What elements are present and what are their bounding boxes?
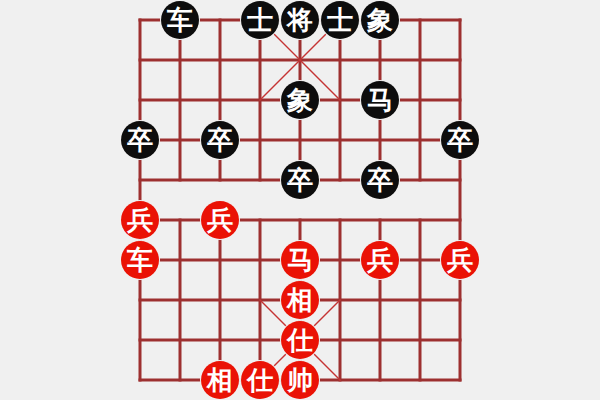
piece-red-soldier[interactable]: 兵 [441, 241, 479, 279]
xiangqi-board: 车士将士象象马卒卒卒卒卒兵兵车马兵兵相仕相仕帅 [0, 0, 600, 400]
piece-black-soldier[interactable]: 卒 [281, 161, 319, 199]
point-marker-corner [304, 128, 312, 136]
piece-black-elephant[interactable]: 象 [281, 81, 319, 119]
piece-black-soldier[interactable]: 卒 [361, 161, 399, 199]
board-grid: 车士将士象象马卒卒卒卒卒兵兵车马兵兵相仕相仕帅 [120, 0, 480, 400]
point-marker-corner [288, 128, 296, 136]
point-marker-corner [224, 264, 232, 272]
point-marker-corner [304, 144, 312, 152]
point-marker [408, 88, 432, 112]
point-marker-corner [184, 88, 192, 96]
point-marker-corner [184, 104, 192, 112]
point-marker [208, 248, 232, 272]
point-marker [408, 288, 432, 312]
piece-red-elephant[interactable]: 相 [281, 281, 319, 319]
point-marker-corner [408, 104, 416, 112]
point-marker-corner [208, 248, 216, 256]
point-marker-corner [424, 304, 432, 312]
point-marker-corner [408, 288, 416, 296]
point-marker-corner [184, 304, 192, 312]
point-marker [168, 88, 192, 112]
point-marker-corner [424, 104, 432, 112]
point-marker [288, 128, 312, 152]
point-marker-corner [424, 288, 432, 296]
piece-red-advisor[interactable]: 仕 [241, 361, 279, 399]
piece-black-horse[interactable]: 马 [361, 81, 399, 119]
point-marker-corner [208, 264, 216, 272]
piece-black-advisor[interactable]: 士 [241, 1, 279, 39]
piece-red-soldier[interactable]: 兵 [201, 201, 239, 239]
point-marker-corner [288, 144, 296, 152]
piece-black-advisor[interactable]: 士 [321, 1, 359, 39]
piece-red-soldier[interactable]: 兵 [361, 241, 399, 279]
point-marker-corner [384, 128, 392, 136]
point-marker-corner [384, 144, 392, 152]
point-marker-corner [224, 248, 232, 256]
point-marker-corner [168, 304, 176, 312]
piece-red-advisor[interactable]: 仕 [281, 321, 319, 359]
piece-red-horse[interactable]: 马 [281, 241, 319, 279]
piece-black-soldier[interactable]: 卒 [201, 121, 239, 159]
point-marker [368, 128, 392, 152]
point-marker-corner [168, 288, 176, 296]
piece-black-soldier[interactable]: 卒 [441, 121, 479, 159]
piece-red-elephant[interactable]: 相 [201, 361, 239, 399]
piece-red-soldier[interactable]: 兵 [121, 201, 159, 239]
point-marker-corner [408, 88, 416, 96]
point-marker-corner [368, 144, 376, 152]
piece-red-chariot[interactable]: 车 [121, 241, 159, 279]
point-marker-corner [408, 304, 416, 312]
point-marker-corner [424, 88, 432, 96]
point-marker-corner [368, 128, 376, 136]
piece-black-chariot[interactable]: 车 [161, 1, 199, 39]
point-marker-corner [184, 288, 192, 296]
point-marker-corner [168, 104, 176, 112]
point-marker [168, 288, 192, 312]
piece-black-soldier[interactable]: 卒 [121, 121, 159, 159]
piece-black-general[interactable]: 将 [281, 1, 319, 39]
piece-black-elephant[interactable]: 象 [361, 1, 399, 39]
piece-red-general[interactable]: 帅 [281, 361, 319, 399]
point-marker-corner [168, 88, 176, 96]
